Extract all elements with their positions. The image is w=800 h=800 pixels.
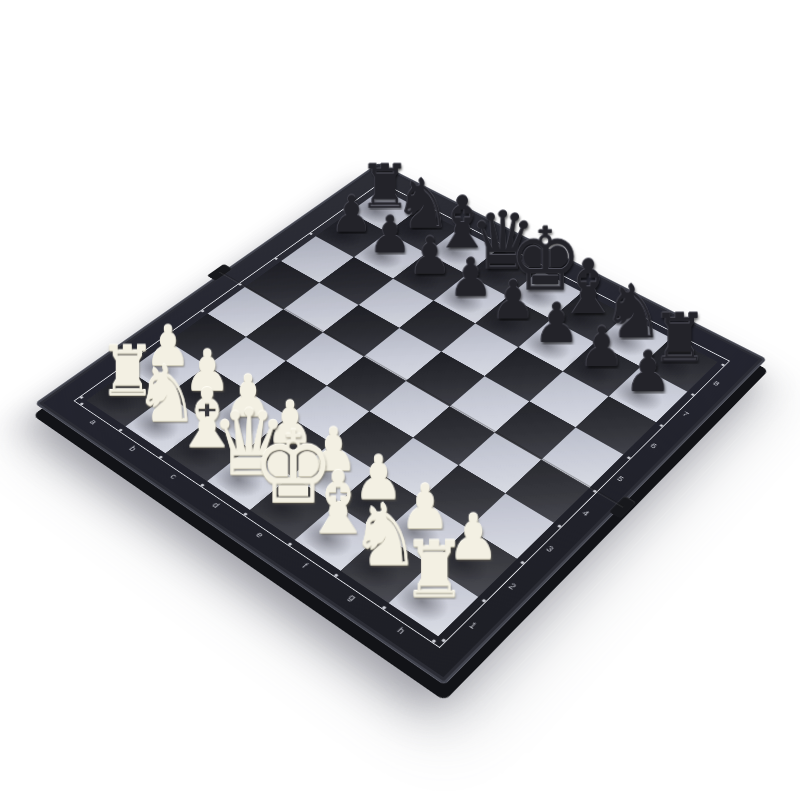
product-photo-scene: ♜♞♝♛♚♝♞♜♟♟♟♟♟♟♟♟♟♟♟♟♟♟♟♟♜♞♝♛♚♝♞♜ abcdefg… <box>0 0 800 800</box>
chess-board: ♜♞♝♛♚♝♞♜♟♟♟♟♟♟♟♟♟♟♟♟♟♟♟♟♜♞♝♛♚♝♞♜ abcdefg… <box>34 163 767 686</box>
white-rook-icon: ♜ <box>382 429 485 600</box>
black-pawn-icon: ♟ <box>603 243 694 394</box>
